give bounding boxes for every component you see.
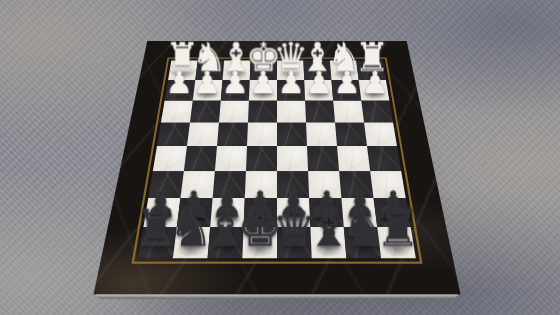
square-g2[interactable]: ♟	[193, 80, 223, 101]
square-f2[interactable]: ♟	[221, 80, 250, 101]
chess-board: ♜♞♝♚♛♝♞♜♟♟♟♟♟♟♟♟♟♟♟♟♟♟♟♟♜♞♝♚♛♝♞♜	[93, 41, 460, 294]
square-g5[interactable]	[184, 146, 217, 171]
square-a2[interactable]: ♟	[359, 80, 390, 101]
square-h2[interactable]: ♟	[165, 80, 196, 101]
piece-white-pawn[interactable]: ♟	[221, 67, 249, 98]
square-c3[interactable]	[305, 101, 335, 123]
square-f4[interactable]	[217, 123, 248, 146]
square-c4[interactable]	[306, 123, 337, 146]
board-grid: ♜♞♝♚♛♝♞♜♟♟♟♟♟♟♟♟♟♟♟♟♟♟♟♟♜♞♝♚♛♝♞♜	[138, 61, 416, 259]
square-b4[interactable]	[335, 123, 367, 146]
square-h5[interactable]	[153, 146, 187, 171]
square-g3[interactable]	[190, 101, 221, 123]
square-f3[interactable]	[219, 101, 249, 123]
piece-white-pawn[interactable]: ♟	[333, 67, 361, 98]
square-e4[interactable]	[247, 123, 277, 146]
piece-black-rook[interactable]: ♜	[375, 203, 420, 254]
piece-white-pawn[interactable]: ♟	[305, 67, 333, 98]
piece-white-pawn[interactable]: ♟	[361, 67, 389, 98]
square-b5[interactable]	[337, 146, 370, 171]
square-d2[interactable]: ♟	[277, 80, 305, 101]
piece-white-pawn[interactable]: ♟	[277, 67, 305, 98]
board-gold-inlay-line: ♜♞♝♚♛♝♞♜♟♟♟♟♟♟♟♟♟♟♟♟♟♟♟♟♜♞♝♚♛♝♞♜	[131, 57, 422, 263]
square-d3[interactable]	[277, 101, 306, 123]
square-a4[interactable]	[364, 123, 397, 146]
square-a3[interactable]	[361, 101, 393, 123]
piece-white-pawn[interactable]: ♟	[165, 67, 193, 98]
square-b3[interactable]	[333, 101, 364, 123]
piece-white-pawn[interactable]: ♟	[193, 67, 221, 98]
square-d4[interactable]	[277, 123, 307, 146]
square-e5[interactable]	[246, 146, 277, 171]
square-h4[interactable]	[157, 123, 190, 146]
board-marble-border: ♜♞♝♚♛♝♞♜♟♟♟♟♟♟♟♟♟♟♟♟♟♟♟♟♜♞♝♚♛♝♞♜	[93, 41, 460, 294]
square-f5[interactable]	[215, 146, 247, 171]
photo-scene: ♜♞♝♚♛♝♞♜♟♟♟♟♟♟♟♟♟♟♟♟♟♟♟♟♜♞♝♚♛♝♞♜	[0, 0, 560, 315]
square-b2[interactable]: ♟	[331, 80, 361, 101]
square-e2[interactable]: ♟	[249, 80, 277, 101]
square-h3[interactable]	[161, 101, 193, 123]
square-c5[interactable]	[307, 146, 339, 171]
square-c2[interactable]: ♟	[304, 80, 333, 101]
square-d5[interactable]	[277, 146, 308, 171]
board-stone-edge	[96, 294, 458, 298]
square-g4[interactable]	[187, 123, 219, 146]
square-e3[interactable]	[248, 101, 277, 123]
piece-white-pawn[interactable]: ♟	[249, 67, 277, 98]
square-a5[interactable]	[367, 146, 401, 171]
square-a8[interactable]: ♜	[377, 227, 416, 258]
